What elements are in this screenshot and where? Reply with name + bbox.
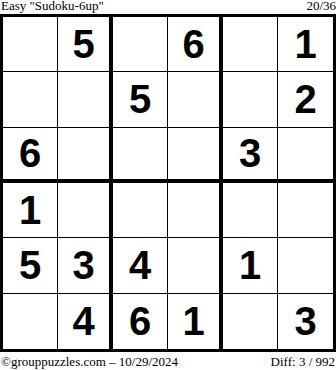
cell-r4c6[interactable] (278, 183, 333, 238)
cell-r1c5[interactable] (223, 17, 278, 72)
cell-r6c1[interactable] (3, 294, 58, 349)
cell-r1c1[interactable] (3, 17, 58, 72)
sudoku-board: 5615263153414613 (0, 14, 336, 352)
cell-r2c5[interactable] (223, 72, 278, 127)
cell-r6c4[interactable]: 1 (168, 294, 223, 349)
cell-r6c5[interactable] (223, 294, 278, 349)
cell-r4c4[interactable] (168, 183, 223, 238)
cell-r1c3[interactable] (113, 17, 168, 72)
footer: ©grouppuzzles.com – 10/29/2024 Diff: 3 /… (1, 353, 335, 370)
cell-r2c2[interactable] (58, 72, 113, 127)
cell-r4c5[interactable] (223, 183, 278, 238)
cell-r4c2[interactable] (58, 183, 113, 238)
cell-r4c1[interactable]: 1 (3, 183, 58, 238)
cell-r5c5[interactable]: 1 (223, 238, 278, 293)
cell-r2c6[interactable]: 2 (278, 72, 333, 127)
cell-r5c1[interactable]: 5 (3, 238, 58, 293)
clue-counter: 20/36 (306, 0, 336, 13)
cell-r3c4[interactable] (168, 128, 223, 183)
cell-r5c2[interactable]: 3 (58, 238, 113, 293)
difficulty-text: Diff: 3 / 992 (271, 354, 335, 370)
cell-r6c3[interactable]: 6 (113, 294, 168, 349)
cell-r5c4[interactable] (168, 238, 223, 293)
copyright-text: ©grouppuzzles.com – 10/29/2024 (1, 354, 178, 370)
cell-r3c1[interactable]: 6 (3, 128, 58, 183)
cell-r4c3[interactable] (113, 183, 168, 238)
cell-r3c6[interactable] (278, 128, 333, 183)
cell-r1c2[interactable]: 5 (58, 17, 113, 72)
cell-r2c3[interactable]: 5 (113, 72, 168, 127)
cell-r2c4[interactable] (168, 72, 223, 127)
header: Easy "Sudoku-6up" 20/36 (1, 0, 336, 13)
cell-r2c1[interactable] (3, 72, 58, 127)
cell-r5c3[interactable]: 4 (113, 238, 168, 293)
sudoku-page: Easy "Sudoku-6up" 20/36 5615263153414613… (0, 0, 336, 370)
cell-r6c2[interactable]: 4 (58, 294, 113, 349)
cell-r5c6[interactable] (278, 238, 333, 293)
cell-r3c2[interactable] (58, 128, 113, 183)
puzzle-title: Easy "Sudoku-6up" (1, 0, 104, 13)
cell-r3c3[interactable] (113, 128, 168, 183)
cell-r1c6[interactable]: 1 (278, 17, 333, 72)
cell-r6c6[interactable]: 3 (278, 294, 333, 349)
cell-r1c4[interactable]: 6 (168, 17, 223, 72)
cell-r3c5[interactable]: 3 (223, 128, 278, 183)
